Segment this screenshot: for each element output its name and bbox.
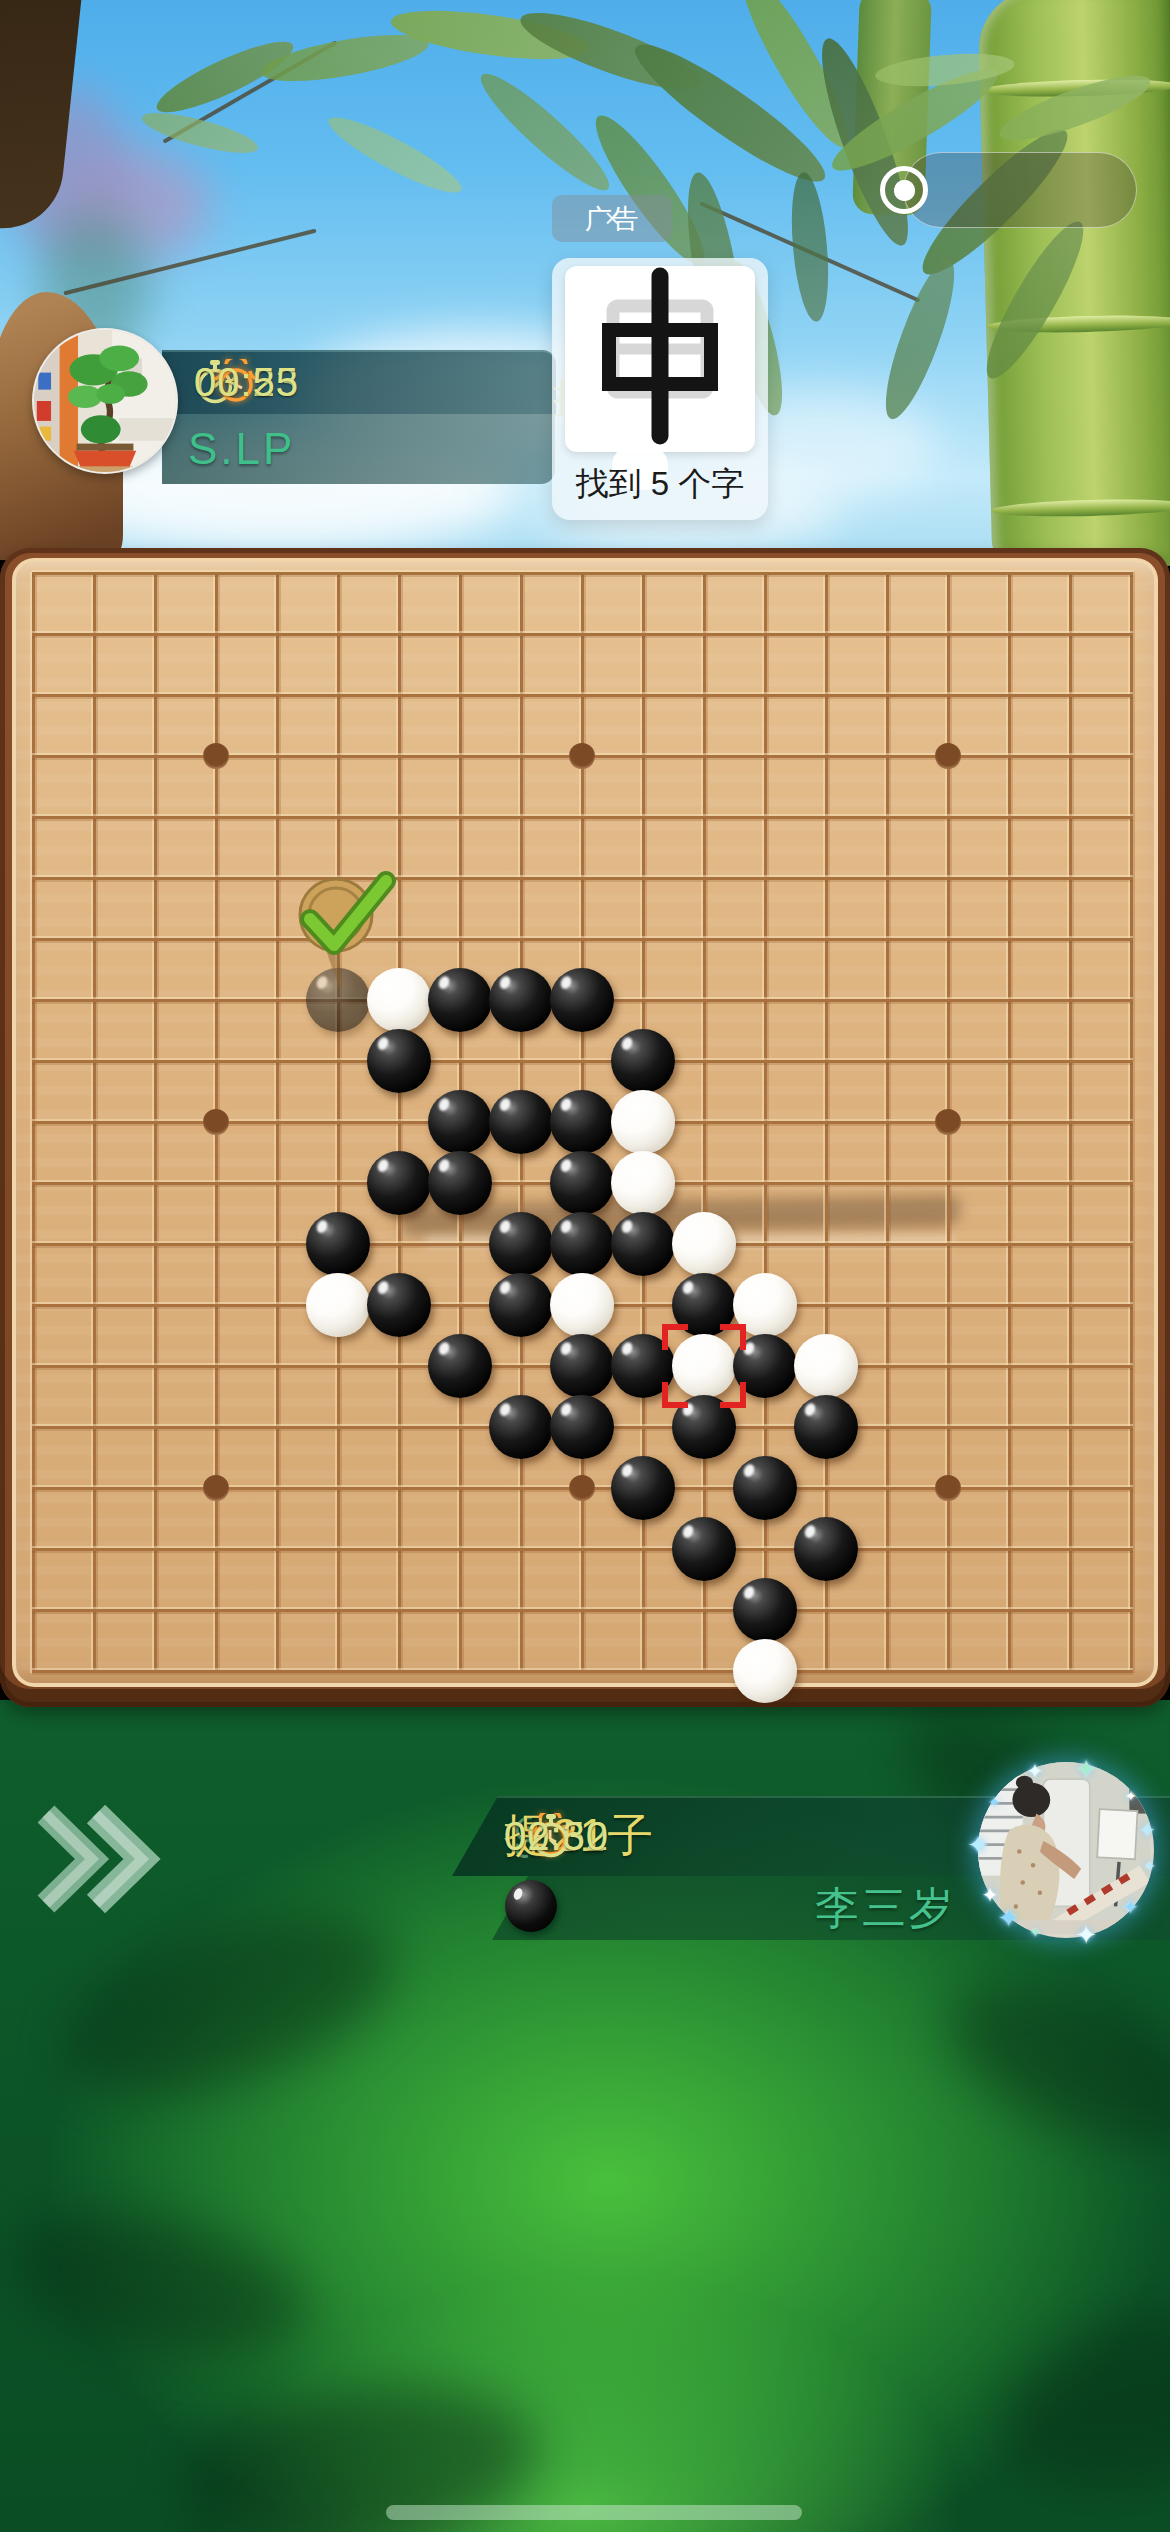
stone-black: [489, 1212, 553, 1276]
grid-line: [32, 1548, 1133, 1551]
stone-black: [367, 1029, 431, 1093]
bamboo-leaf: [994, 64, 1157, 153]
guzheng-player-photo: [978, 1762, 1150, 1934]
game-screen: 03:23 00:55 S.LP: [0, 0, 1170, 2532]
stone-black: [794, 1395, 858, 1459]
leaf-shadow: [0, 2190, 320, 2380]
stone-white: [306, 1273, 370, 1337]
grid-line: [32, 877, 1133, 880]
home-indicator[interactable]: [386, 2505, 802, 2520]
ad-caption: 找到 5 个字: [552, 462, 768, 507]
star-point: [203, 1475, 229, 1501]
bottom-player-avatar: [978, 1762, 1154, 1938]
last-move-marker: [662, 1324, 746, 1408]
bottom-player-name: 李三岁: [815, 1879, 956, 1938]
grid-line: [32, 694, 1133, 697]
ad-character-art: [565, 266, 755, 452]
grid-line: [32, 938, 1133, 941]
stone-black: [550, 968, 614, 1032]
stone-white: [550, 1273, 614, 1337]
stone-black: [611, 1212, 675, 1276]
stone-black: [550, 1151, 614, 1215]
stone-black: [733, 1456, 797, 1520]
stone-black: [550, 1212, 614, 1276]
stone-white: [611, 1090, 675, 1154]
ad-close-icon[interactable]: ×: [604, 203, 619, 234]
bamboo-leaf: [873, 253, 967, 426]
expand-button[interactable]: [32, 1798, 162, 1920]
bamboo-leaf: [874, 49, 1016, 91]
stone-black: [611, 1029, 675, 1093]
bamboo-leaf: [258, 26, 432, 91]
top-player-name-bar: S.LP: [162, 414, 555, 484]
black-stone-side-icon: [505, 1880, 557, 1932]
bottom-timer-main: 02:30: [504, 1814, 609, 1859]
stone-black: [428, 1334, 492, 1398]
stone-black: [367, 1151, 431, 1215]
leaf-shadow: [926, 1952, 1170, 2177]
stone-black: [428, 1090, 492, 1154]
wechat-capsule: [903, 152, 1137, 228]
bonsai-photo: [34, 330, 176, 472]
go-board-frame: [0, 548, 1170, 1707]
stone-black: [550, 1395, 614, 1459]
ad-tag: 广告 ×: [552, 195, 672, 242]
grid-line: [32, 816, 1133, 819]
stone-black: [672, 1517, 736, 1581]
stone-black: [489, 1395, 553, 1459]
grid-line: [32, 633, 1133, 636]
stone-white: [733, 1639, 797, 1703]
star-point: [569, 743, 595, 769]
bamboo-leaf: [322, 107, 469, 204]
bamboo-leaf: [973, 212, 1098, 388]
stone-white: [794, 1334, 858, 1398]
grid-line: [32, 1670, 1133, 1673]
star-point: [203, 743, 229, 769]
circle-dot-icon: [880, 166, 928, 214]
stone-black: [428, 1151, 492, 1215]
stone-black: [428, 968, 492, 1032]
bamboo-leaf: [139, 105, 262, 161]
star-point: [935, 1109, 961, 1135]
top-timer-byoyomi: 00:55: [194, 360, 299, 405]
bamboo-leaf: [787, 171, 834, 323]
star-point: [935, 1475, 961, 1501]
stone-white: [611, 1151, 675, 1215]
top-player-timer-bar: 03:23 00:55: [162, 350, 556, 414]
stone-black: [489, 1273, 553, 1337]
stone-black: [489, 968, 553, 1032]
star-point: [203, 1109, 229, 1135]
ad-card[interactable]: 找到 5 个字: [552, 258, 768, 520]
stone-white: [672, 1212, 736, 1276]
stone-black: [306, 1212, 370, 1276]
grid-line: [32, 572, 1133, 575]
top-player-name: S.LP: [188, 424, 295, 474]
grid-line: [32, 1060, 1133, 1063]
stone-black: [489, 1090, 553, 1154]
stone-black: [367, 1273, 431, 1337]
stone-black: [794, 1517, 858, 1581]
stone-black: [550, 1090, 614, 1154]
board-layer: [0, 548, 1170, 1707]
stone-black: [733, 1578, 797, 1642]
star-point: [935, 743, 961, 769]
grid-line: [32, 1609, 1133, 1612]
star-point: [569, 1475, 595, 1501]
stone-black: [550, 1334, 614, 1398]
stone-black: [611, 1456, 675, 1520]
leaf-shadow: [985, 2286, 1170, 2514]
confirm-check-badge[interactable]: [286, 867, 406, 1007]
top-player-avatar: [32, 328, 178, 474]
ad-character-tile: [565, 266, 755, 452]
